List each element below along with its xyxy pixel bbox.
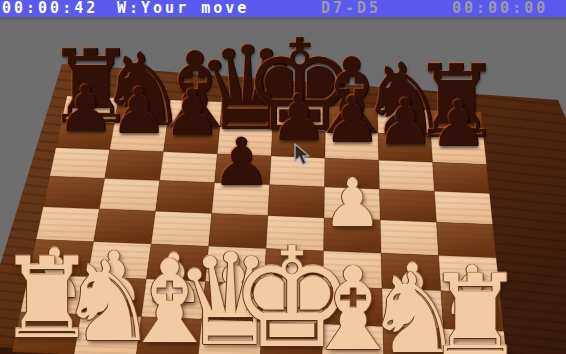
piece-black-pawn-d5[interactable]: ♟	[211, 130, 270, 196]
black-clock: 00:00:00	[452, 0, 548, 16]
piece-black-pawn-a7[interactable]: ♟	[57, 77, 114, 141]
white-clock: 00:00:42	[2, 0, 98, 16]
piece-black-pawn-h7[interactable]: ♟	[430, 92, 487, 156]
turn-message: W:Your move	[117, 0, 249, 16]
mouse-cursor-icon	[294, 143, 314, 169]
piece-black-pawn-b7[interactable]: ♟	[110, 79, 167, 143]
last-move-label: D7-D5	[321, 0, 381, 16]
status-bar: 00:00:42 W:Your move D7-D5 00:00:00	[0, 0, 566, 17]
piece-black-pawn-g7[interactable]: ♟	[376, 89, 433, 153]
piece-black-pawn-f7[interactable]: ♟	[323, 87, 380, 151]
statusbar-shadow	[0, 17, 566, 20]
piece-white-rook-h1[interactable]: ♜	[426, 261, 526, 354]
piece-black-pawn-e7[interactable]: ♟	[270, 85, 327, 149]
game-screen: 00:00:42 W:Your move D7-D5 00:00:00	[0, 0, 566, 354]
board-scene: ♜♞♝♛♚♝♞♜♟♟♟♟♟♟♟♟♟♟♟♟♟♟♟♟♜♞♝♛♚♝♞♜	[0, 0, 566, 354]
